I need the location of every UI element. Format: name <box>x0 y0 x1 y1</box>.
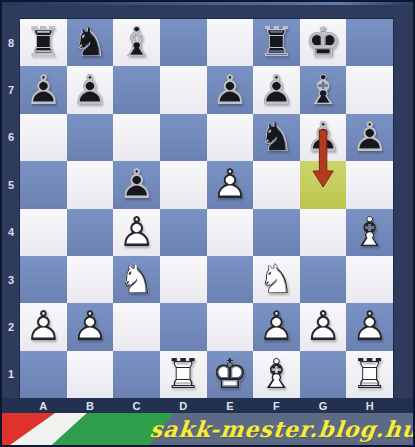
square-f7[interactable]: ♟♙ <box>253 66 300 113</box>
square-d5[interactable] <box>160 161 207 208</box>
piece-white-bishop-h4[interactable]: ♝♗ <box>346 209 393 256</box>
square-g3[interactable] <box>300 256 347 303</box>
file-label-f: F <box>253 398 300 413</box>
square-c8[interactable]: ♝♗ <box>113 19 160 66</box>
square-c7[interactable] <box>113 66 160 113</box>
square-f3[interactable]: ♞♘ <box>253 256 300 303</box>
square-e6[interactable] <box>207 114 254 161</box>
white-pawn-glyph-outline: ♙ <box>346 303 393 350</box>
square-a5[interactable] <box>20 161 67 208</box>
chess-diagram: 87654321 ♜♖♞♘♝♗♜♖♚♔♟♙♟♙♟♙♟♙♝♗♞♘♟♙♟♙♟♙♟♙♟… <box>0 0 415 447</box>
rank-label-8: 8 <box>2 19 20 66</box>
piece-white-pawn-c4[interactable]: ♟♙ <box>113 209 160 256</box>
square-g4[interactable] <box>300 209 347 256</box>
piece-black-pawn-b7[interactable]: ♟♙ <box>67 66 114 113</box>
square-d3[interactable] <box>160 256 207 303</box>
piece-black-bishop-c8[interactable]: ♝♗ <box>113 19 160 66</box>
square-d2[interactable] <box>160 303 207 350</box>
white-bishop-glyph-outline: ♗ <box>253 351 300 398</box>
black-bishop-glyph-outline: ♗ <box>300 66 347 113</box>
piece-white-knight-c3[interactable]: ♞♘ <box>113 256 160 303</box>
square-e7[interactable]: ♟♙ <box>207 66 254 113</box>
watermark-bar: sakk-mester.blog.hu <box>2 413 413 447</box>
black-knight-glyph-outline: ♘ <box>67 19 114 66</box>
square-c4[interactable]: ♟♙ <box>113 209 160 256</box>
file-label-b: B <box>67 398 114 413</box>
square-b1[interactable] <box>67 351 114 398</box>
black-pawn-glyph-outline: ♙ <box>346 114 393 161</box>
square-d4[interactable] <box>160 209 207 256</box>
square-f2[interactable]: ♟♙ <box>253 303 300 350</box>
square-h2[interactable]: ♟♙ <box>346 303 393 350</box>
square-e2[interactable] <box>207 303 254 350</box>
white-bishop-glyph-outline: ♗ <box>346 209 393 256</box>
piece-black-rook-f8[interactable]: ♜♖ <box>253 19 300 66</box>
square-e5[interactable]: ♟♙ <box>207 161 254 208</box>
piece-black-pawn-g6[interactable]: ♟♙ <box>300 114 347 161</box>
chess-board[interactable]: ♜♖♞♘♝♗♜♖♚♔♟♙♟♙♟♙♟♙♝♗♞♘♟♙♟♙♟♙♟♙♟♙♝♗♞♘♞♘♟♙… <box>20 19 393 398</box>
piece-black-pawn-a7[interactable]: ♟♙ <box>20 66 67 113</box>
piece-black-pawn-c5[interactable]: ♟♙ <box>113 161 160 208</box>
square-b6[interactable] <box>67 114 114 161</box>
white-knight-glyph-outline: ♘ <box>113 256 160 303</box>
square-e3[interactable] <box>207 256 254 303</box>
square-a4[interactable] <box>20 209 67 256</box>
white-pawn-glyph-outline: ♙ <box>113 209 160 256</box>
square-e4[interactable] <box>207 209 254 256</box>
piece-white-pawn-a2[interactable]: ♟♙ <box>20 303 67 350</box>
square-b7[interactable]: ♟♙ <box>67 66 114 113</box>
watermark-text: sakk-mester.blog.hu <box>148 413 410 445</box>
square-a1[interactable] <box>20 351 67 398</box>
square-g5[interactable] <box>300 161 347 208</box>
piece-black-king-g8[interactable]: ♚♔ <box>300 19 347 66</box>
black-pawn-glyph-outline: ♙ <box>300 114 347 161</box>
black-pawn-glyph-outline: ♙ <box>20 66 67 113</box>
square-d6[interactable] <box>160 114 207 161</box>
square-b3[interactable] <box>67 256 114 303</box>
square-g8[interactable]: ♚♔ <box>300 19 347 66</box>
square-d8[interactable] <box>160 19 207 66</box>
square-b4[interactable] <box>67 209 114 256</box>
black-pawn-glyph-outline: ♙ <box>253 66 300 113</box>
piece-white-pawn-b2[interactable]: ♟♙ <box>67 303 114 350</box>
square-c3[interactable]: ♞♘ <box>113 256 160 303</box>
square-a2[interactable]: ♟♙ <box>20 303 67 350</box>
piece-black-knight-b8[interactable]: ♞♘ <box>67 19 114 66</box>
frame-top-highlight <box>2 2 413 5</box>
file-label-a: A <box>20 398 67 413</box>
square-g2[interactable]: ♟♙ <box>300 303 347 350</box>
piece-white-pawn-g2[interactable]: ♟♙ <box>300 303 347 350</box>
square-e1[interactable]: ♚♔ <box>207 351 254 398</box>
black-pawn-glyph-outline: ♙ <box>67 66 114 113</box>
black-king-glyph-outline: ♔ <box>300 19 347 66</box>
square-c6[interactable] <box>113 114 160 161</box>
square-f5[interactable] <box>253 161 300 208</box>
piece-black-pawn-h6[interactable]: ♟♙ <box>346 114 393 161</box>
white-pawn-glyph-outline: ♙ <box>67 303 114 350</box>
file-label-c: C <box>113 398 160 413</box>
black-rook-glyph-outline: ♖ <box>20 19 67 66</box>
square-b2[interactable]: ♟♙ <box>67 303 114 350</box>
square-g6[interactable]: ♟♙ <box>300 114 347 161</box>
piece-black-bishop-g7[interactable]: ♝♗ <box>300 66 347 113</box>
square-f1[interactable]: ♝♗ <box>253 351 300 398</box>
piece-black-pawn-e7[interactable]: ♟♙ <box>207 66 254 113</box>
white-pawn-glyph-outline: ♙ <box>300 303 347 350</box>
piece-black-pawn-f7[interactable]: ♟♙ <box>253 66 300 113</box>
square-h6[interactable]: ♟♙ <box>346 114 393 161</box>
file-labels: ABCDEFGH <box>2 398 413 413</box>
square-d7[interactable] <box>160 66 207 113</box>
square-c2[interactable] <box>113 303 160 350</box>
square-b8[interactable]: ♞♘ <box>67 19 114 66</box>
piece-white-rook-d1[interactable]: ♜♖ <box>160 351 207 398</box>
square-a8[interactable]: ♜♖ <box>20 19 67 66</box>
piece-white-knight-f3[interactable]: ♞♘ <box>253 256 300 303</box>
square-a7[interactable]: ♟♙ <box>20 66 67 113</box>
rank-label-1: 1 <box>2 351 20 398</box>
rank-label-6: 6 <box>2 114 20 161</box>
piece-white-king-e1[interactable]: ♚♔ <box>207 351 254 398</box>
black-knight-glyph-outline: ♘ <box>253 114 300 161</box>
square-f6[interactable]: ♞♘ <box>253 114 300 161</box>
square-h7[interactable] <box>346 66 393 113</box>
white-pawn-glyph-outline: ♙ <box>253 303 300 350</box>
piece-white-rook-h1[interactable]: ♜♖ <box>346 351 393 398</box>
square-g1[interactable] <box>300 351 347 398</box>
piece-white-pawn-e5[interactable]: ♟♙ <box>207 161 254 208</box>
file-label-h: H <box>346 398 393 413</box>
file-label-d: D <box>160 398 207 413</box>
rank-label-5: 5 <box>2 161 20 208</box>
square-g7[interactable]: ♝♗ <box>300 66 347 113</box>
square-f4[interactable] <box>253 209 300 256</box>
square-a6[interactable] <box>20 114 67 161</box>
square-h3[interactable] <box>346 256 393 303</box>
white-rook-glyph-outline: ♖ <box>160 351 207 398</box>
white-knight-glyph-outline: ♘ <box>253 256 300 303</box>
square-c5[interactable]: ♟♙ <box>113 161 160 208</box>
black-pawn-glyph-outline: ♙ <box>207 66 254 113</box>
square-h4[interactable]: ♝♗ <box>346 209 393 256</box>
piece-black-knight-f6[interactable]: ♞♘ <box>253 114 300 161</box>
rank-label-2: 2 <box>2 303 20 350</box>
square-f8[interactable]: ♜♖ <box>253 19 300 66</box>
square-b5[interactable] <box>67 161 114 208</box>
white-rook-glyph-outline: ♖ <box>346 351 393 398</box>
rank-label-3: 3 <box>2 256 20 303</box>
rank-label-4: 4 <box>2 209 20 256</box>
white-pawn-glyph-outline: ♙ <box>207 161 254 208</box>
rank-labels: 87654321 <box>2 19 20 398</box>
black-pawn-glyph-outline: ♙ <box>113 161 160 208</box>
square-c1[interactable] <box>113 351 160 398</box>
file-label-g: G <box>300 398 347 413</box>
rank-label-7: 7 <box>2 66 20 113</box>
black-rook-glyph-outline: ♖ <box>253 19 300 66</box>
square-e8[interactable] <box>207 19 254 66</box>
piece-black-rook-a8[interactable]: ♜♖ <box>20 19 67 66</box>
white-pawn-glyph-outline: ♙ <box>20 303 67 350</box>
square-h1[interactable]: ♜♖ <box>346 351 393 398</box>
piece-white-pawn-f2[interactable]: ♟♙ <box>253 303 300 350</box>
square-h5[interactable] <box>346 161 393 208</box>
square-d1[interactable]: ♜♖ <box>160 351 207 398</box>
black-bishop-glyph-outline: ♗ <box>113 19 160 66</box>
square-h8[interactable] <box>346 19 393 66</box>
file-label-e: E <box>207 398 254 413</box>
white-king-glyph-outline: ♔ <box>207 351 254 398</box>
piece-white-pawn-h2[interactable]: ♟♙ <box>346 303 393 350</box>
piece-white-bishop-f1[interactable]: ♝♗ <box>253 351 300 398</box>
square-a3[interactable] <box>20 256 67 303</box>
